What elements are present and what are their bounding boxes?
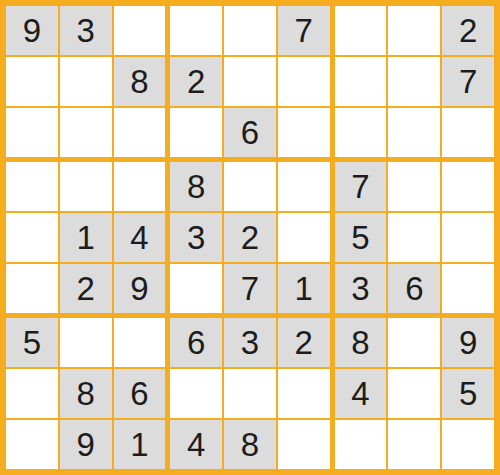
cell-r5c6[interactable] xyxy=(278,213,330,262)
cell-r9c2: 9 xyxy=(60,420,112,469)
cell-r3c9[interactable] xyxy=(442,108,494,157)
box-6: 7536 xyxy=(335,162,494,313)
sudoku-board: 93872627142983271753658691632488945 xyxy=(0,0,500,475)
cell-r8c1[interactable] xyxy=(6,369,58,418)
cell-r6c7: 3 xyxy=(335,264,387,313)
cell-r1c3[interactable] xyxy=(114,6,166,55)
cell-r5c3: 4 xyxy=(114,213,166,262)
cell-r8c7: 4 xyxy=(335,369,387,418)
cell-r2c1[interactable] xyxy=(6,57,58,106)
cell-r1c7[interactable] xyxy=(335,6,387,55)
cell-r7c6: 2 xyxy=(278,318,330,367)
cell-r9c3: 1 xyxy=(114,420,166,469)
cell-r1c9: 2 xyxy=(442,6,494,55)
cell-r5c5: 2 xyxy=(224,213,276,262)
cell-r8c6[interactable] xyxy=(278,369,330,418)
cell-r8c4[interactable] xyxy=(170,369,222,418)
cell-r7c9: 9 xyxy=(442,318,494,367)
cell-r8c8[interactable] xyxy=(388,369,440,418)
cell-r9c5: 8 xyxy=(224,420,276,469)
box-1: 938 xyxy=(6,6,165,157)
cell-r3c6[interactable] xyxy=(278,108,330,157)
cell-r2c6[interactable] xyxy=(278,57,330,106)
cell-r4c1[interactable] xyxy=(6,162,58,211)
cell-r2c7[interactable] xyxy=(335,57,387,106)
cell-r6c6: 1 xyxy=(278,264,330,313)
cell-r1c5[interactable] xyxy=(224,6,276,55)
cell-r6c4[interactable] xyxy=(170,264,222,313)
cell-r4c3[interactable] xyxy=(114,162,166,211)
cell-r7c5: 3 xyxy=(224,318,276,367)
cell-r6c9[interactable] xyxy=(442,264,494,313)
cell-r6c3: 9 xyxy=(114,264,166,313)
box-9: 8945 xyxy=(335,318,494,469)
cell-r3c5: 6 xyxy=(224,108,276,157)
cell-r4c2[interactable] xyxy=(60,162,112,211)
cell-r1c4[interactable] xyxy=(170,6,222,55)
box-4: 1429 xyxy=(6,162,165,313)
cell-r2c9: 7 xyxy=(442,57,494,106)
cell-r9c8[interactable] xyxy=(388,420,440,469)
cell-r3c2[interactable] xyxy=(60,108,112,157)
box-3: 27 xyxy=(335,6,494,157)
cell-r9c7[interactable] xyxy=(335,420,387,469)
box-7: 58691 xyxy=(6,318,165,469)
cell-r4c6[interactable] xyxy=(278,162,330,211)
cell-r4c4: 8 xyxy=(170,162,222,211)
cell-r6c1[interactable] xyxy=(6,264,58,313)
cell-r3c1[interactable] xyxy=(6,108,58,157)
cell-r8c3: 6 xyxy=(114,369,166,418)
cell-r7c4: 6 xyxy=(170,318,222,367)
cell-r7c3[interactable] xyxy=(114,318,166,367)
cell-r4c7: 7 xyxy=(335,162,387,211)
cell-r5c2: 1 xyxy=(60,213,112,262)
cell-r1c1: 9 xyxy=(6,6,58,55)
cell-r7c7: 8 xyxy=(335,318,387,367)
cell-r3c3[interactable] xyxy=(114,108,166,157)
cell-r7c1: 5 xyxy=(6,318,58,367)
cell-r3c8[interactable] xyxy=(388,108,440,157)
cell-r8c5[interactable] xyxy=(224,369,276,418)
cell-r5c8[interactable] xyxy=(388,213,440,262)
cell-r1c8[interactable] xyxy=(388,6,440,55)
cell-r3c4[interactable] xyxy=(170,108,222,157)
box-8: 63248 xyxy=(170,318,329,469)
cell-r2c4: 2 xyxy=(170,57,222,106)
cell-r1c6: 7 xyxy=(278,6,330,55)
cell-r6c8: 6 xyxy=(388,264,440,313)
cell-r7c8[interactable] xyxy=(388,318,440,367)
cell-r9c9[interactable] xyxy=(442,420,494,469)
box-2: 726 xyxy=(170,6,329,157)
cell-r8c9: 5 xyxy=(442,369,494,418)
cell-r2c3: 8 xyxy=(114,57,166,106)
cell-r2c5[interactable] xyxy=(224,57,276,106)
cell-r6c5: 7 xyxy=(224,264,276,313)
cell-r5c4: 3 xyxy=(170,213,222,262)
cell-r1c2: 3 xyxy=(60,6,112,55)
cell-r4c5[interactable] xyxy=(224,162,276,211)
cell-r9c6[interactable] xyxy=(278,420,330,469)
cell-r9c1[interactable] xyxy=(6,420,58,469)
cell-r4c9[interactable] xyxy=(442,162,494,211)
cell-r2c8[interactable] xyxy=(388,57,440,106)
cell-r5c1[interactable] xyxy=(6,213,58,262)
box-5: 83271 xyxy=(170,162,329,313)
cell-r3c7[interactable] xyxy=(335,108,387,157)
cell-r2c2[interactable] xyxy=(60,57,112,106)
cell-r8c2: 8 xyxy=(60,369,112,418)
cell-r9c4: 4 xyxy=(170,420,222,469)
cell-r5c9[interactable] xyxy=(442,213,494,262)
cell-r6c2: 2 xyxy=(60,264,112,313)
cell-r7c2[interactable] xyxy=(60,318,112,367)
cell-r4c8[interactable] xyxy=(388,162,440,211)
cell-r5c7: 5 xyxy=(335,213,387,262)
